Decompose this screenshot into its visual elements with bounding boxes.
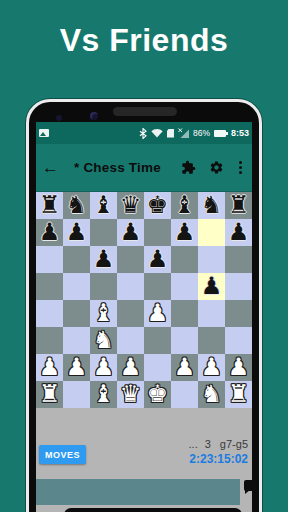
moves-button[interactable]: MOVES (39, 445, 86, 464)
piece-black-pawn: ♟ (90, 246, 117, 273)
square-d8[interactable]: ♛ (117, 192, 144, 219)
square-c4[interactable]: ♝ (90, 300, 117, 327)
square-g3[interactable] (198, 327, 225, 354)
square-b7[interactable]: ♟ (63, 219, 90, 246)
move-notation: g7-g5 (220, 438, 248, 450)
square-h4[interactable] (225, 300, 252, 327)
square-e4[interactable]: ♟ (144, 300, 171, 327)
piece-black-pawn: ♟ (225, 219, 252, 246)
square-e2[interactable] (144, 354, 171, 381)
square-h2[interactable]: ♟ (225, 354, 252, 381)
screenshot-page: Vs Friends (0, 0, 288, 512)
square-c6[interactable]: ♟ (90, 246, 117, 273)
square-d2[interactable]: ♟ (117, 354, 144, 381)
square-c7[interactable] (90, 219, 117, 246)
square-g5[interactable]: ♟ (198, 273, 225, 300)
page-title: Vs Friends (0, 22, 288, 59)
piece-white-pawn: ♟ (171, 354, 198, 381)
piece-white-pawn: ♟ (36, 354, 63, 381)
front-camera-icon (90, 112, 98, 120)
game-clock: 2:23:15:02 (189, 452, 248, 466)
square-c8[interactable]: ♝ (90, 192, 117, 219)
piece-black-king: ♚ (144, 192, 171, 219)
ad-banner (36, 479, 240, 505)
square-h7[interactable]: ♟ (225, 219, 252, 246)
square-d7[interactable]: ♟ (117, 219, 144, 246)
square-a7[interactable]: ♟ (36, 219, 63, 246)
square-f1[interactable] (171, 381, 198, 408)
square-d4[interactable] (117, 300, 144, 327)
move-ellipsis: ... (189, 438, 198, 450)
sim-icon (167, 129, 174, 138)
square-a3[interactable] (36, 327, 63, 354)
piece-white-knight: ♞ (90, 327, 117, 354)
app-title: * Chess Time (74, 160, 161, 175)
piece-white-king: ♚ (144, 381, 171, 408)
piece-black-pawn: ♟ (36, 219, 63, 246)
square-g2[interactable]: ♟ (198, 354, 225, 381)
square-b4[interactable] (63, 300, 90, 327)
square-e1[interactable]: ♚ (144, 381, 171, 408)
move-number: 3 (205, 438, 211, 450)
wifi-icon (151, 128, 163, 138)
piece-white-rook: ♜ (225, 381, 252, 408)
piece-black-queen: ♛ (117, 192, 144, 219)
piece-black-rook: ♜ (36, 192, 63, 219)
piece-black-rook: ♜ (225, 192, 252, 219)
square-c5[interactable] (90, 273, 117, 300)
battery-icon (214, 130, 226, 137)
chess-board: ♜♞♝♛♚♝♞♜♟♟♟♟♟♟♟♟♝♟♞♟♟♟♟♟♟♟♜♝♛♚♞♜ (36, 192, 252, 408)
square-d1[interactable]: ♛ (117, 381, 144, 408)
piece-white-pawn: ♟ (225, 354, 252, 381)
square-b3[interactable] (63, 327, 90, 354)
piece-white-pawn: ♟ (144, 300, 171, 327)
square-f4[interactable] (171, 300, 198, 327)
square-d6[interactable] (117, 246, 144, 273)
square-h6[interactable] (225, 246, 252, 273)
front-camera-icon (56, 115, 62, 121)
square-a8[interactable]: ♜ (36, 192, 63, 219)
square-e7[interactable] (144, 219, 171, 246)
piece-white-rook: ♜ (36, 381, 63, 408)
piece-white-queen: ♛ (117, 381, 144, 408)
square-e3[interactable] (144, 327, 171, 354)
piece-white-knight: ♞ (198, 381, 225, 408)
square-a5[interactable] (36, 273, 63, 300)
piece-black-pawn: ♟ (171, 219, 198, 246)
square-b1[interactable] (63, 381, 90, 408)
back-icon[interactable]: ← (42, 158, 66, 178)
status-bar: 86% 8:53 (36, 122, 252, 144)
square-f5[interactable] (171, 273, 198, 300)
square-g8[interactable]: ♞ (198, 192, 225, 219)
square-h8[interactable]: ♜ (225, 192, 252, 219)
footer-panel: MOVES ...3g7-g5 2:23:15:02 (36, 408, 252, 512)
square-g6[interactable] (198, 246, 225, 273)
piece-white-pawn: ♟ (198, 354, 225, 381)
settings-gear-icon[interactable] (209, 160, 224, 175)
square-g1[interactable]: ♞ (198, 381, 225, 408)
square-a1[interactable]: ♜ (36, 381, 63, 408)
piece-black-pawn: ♟ (198, 273, 225, 300)
photo-notification-icon (39, 129, 49, 137)
square-d5[interactable] (117, 273, 144, 300)
piece-white-pawn: ♟ (90, 354, 117, 381)
square-c2[interactable]: ♟ (90, 354, 117, 381)
overflow-menu-icon[interactable] (239, 161, 242, 174)
piece-white-pawn: ♟ (117, 354, 144, 381)
piece-black-knight: ♞ (198, 192, 225, 219)
square-b6[interactable] (63, 246, 90, 273)
battery-percent: 86% (193, 129, 210, 138)
square-a4[interactable] (36, 300, 63, 327)
square-b8[interactable]: ♞ (63, 192, 90, 219)
chat-icon[interactable] (244, 480, 257, 491)
signal-no-service-icon (178, 128, 189, 138)
phone-mockup: 86% 8:53 ← * Chess Time (26, 99, 262, 512)
square-e5[interactable] (144, 273, 171, 300)
square-b2[interactable]: ♟ (63, 354, 90, 381)
square-h3[interactable] (225, 327, 252, 354)
square-a6[interactable] (36, 246, 63, 273)
square-f2[interactable]: ♟ (171, 354, 198, 381)
square-c3[interactable]: ♞ (90, 327, 117, 354)
piece-black-bishop: ♝ (90, 192, 117, 219)
square-c1[interactable]: ♝ (90, 381, 117, 408)
app-bar: ← * Chess Time (36, 144, 252, 192)
speaker-grill (113, 107, 177, 116)
square-g4[interactable] (198, 300, 225, 327)
puzzle-icon[interactable] (181, 160, 196, 175)
piece-black-knight: ♞ (63, 192, 90, 219)
square-f7[interactable]: ♟ (171, 219, 198, 246)
status-time: 8:53 (231, 129, 249, 138)
piece-black-pawn: ♟ (63, 219, 90, 246)
piece-black-pawn: ♟ (144, 246, 171, 273)
square-f3[interactable] (171, 327, 198, 354)
last-move-text: ...3g7-g5 (189, 438, 248, 450)
square-d3[interactable] (117, 327, 144, 354)
piece-black-bishop: ♝ (171, 192, 198, 219)
square-h1[interactable]: ♜ (225, 381, 252, 408)
piece-white-pawn: ♟ (63, 354, 90, 381)
bottom-banner (64, 508, 242, 512)
square-f8[interactable]: ♝ (171, 192, 198, 219)
square-f6[interactable] (171, 246, 198, 273)
piece-black-pawn: ♟ (117, 219, 144, 246)
square-b5[interactable] (63, 273, 90, 300)
phone-screen: 86% 8:53 ← * Chess Time (36, 122, 252, 512)
piece-white-bishop: ♝ (90, 381, 117, 408)
bluetooth-icon (139, 128, 147, 139)
square-h5[interactable] (225, 273, 252, 300)
square-e6[interactable]: ♟ (144, 246, 171, 273)
square-g7[interactable] (198, 219, 225, 246)
square-a2[interactable]: ♟ (36, 354, 63, 381)
square-e8[interactable]: ♚ (144, 192, 171, 219)
piece-white-bishop: ♝ (90, 300, 117, 327)
